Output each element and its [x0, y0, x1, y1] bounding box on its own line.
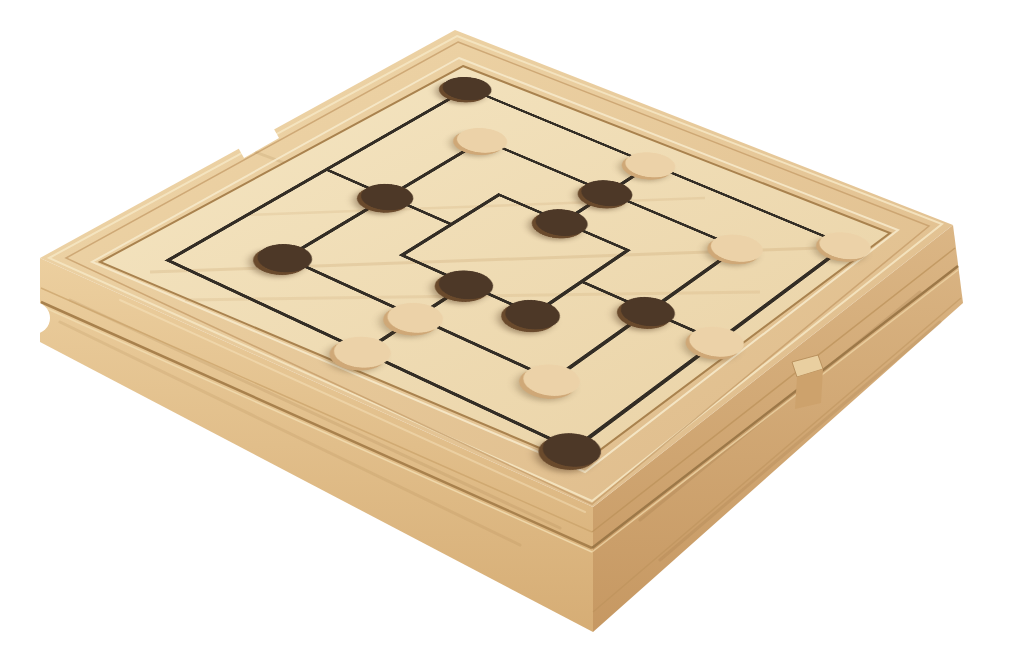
point-c3[interactable] — [374, 240, 430, 269]
point-a1[interactable] — [139, 245, 197, 275]
point-c4[interactable] — [424, 210, 479, 238]
point-a4[interactable] — [299, 156, 353, 183]
point-e5[interactable] — [601, 235, 655, 264]
notch-lower-left — [18, 302, 50, 334]
point-c5[interactable] — [472, 181, 526, 208]
point-e4[interactable] — [554, 266, 609, 296]
product-photo-stage: ●●●●●●●●●●●●●●●●● — [0, 0, 1020, 658]
